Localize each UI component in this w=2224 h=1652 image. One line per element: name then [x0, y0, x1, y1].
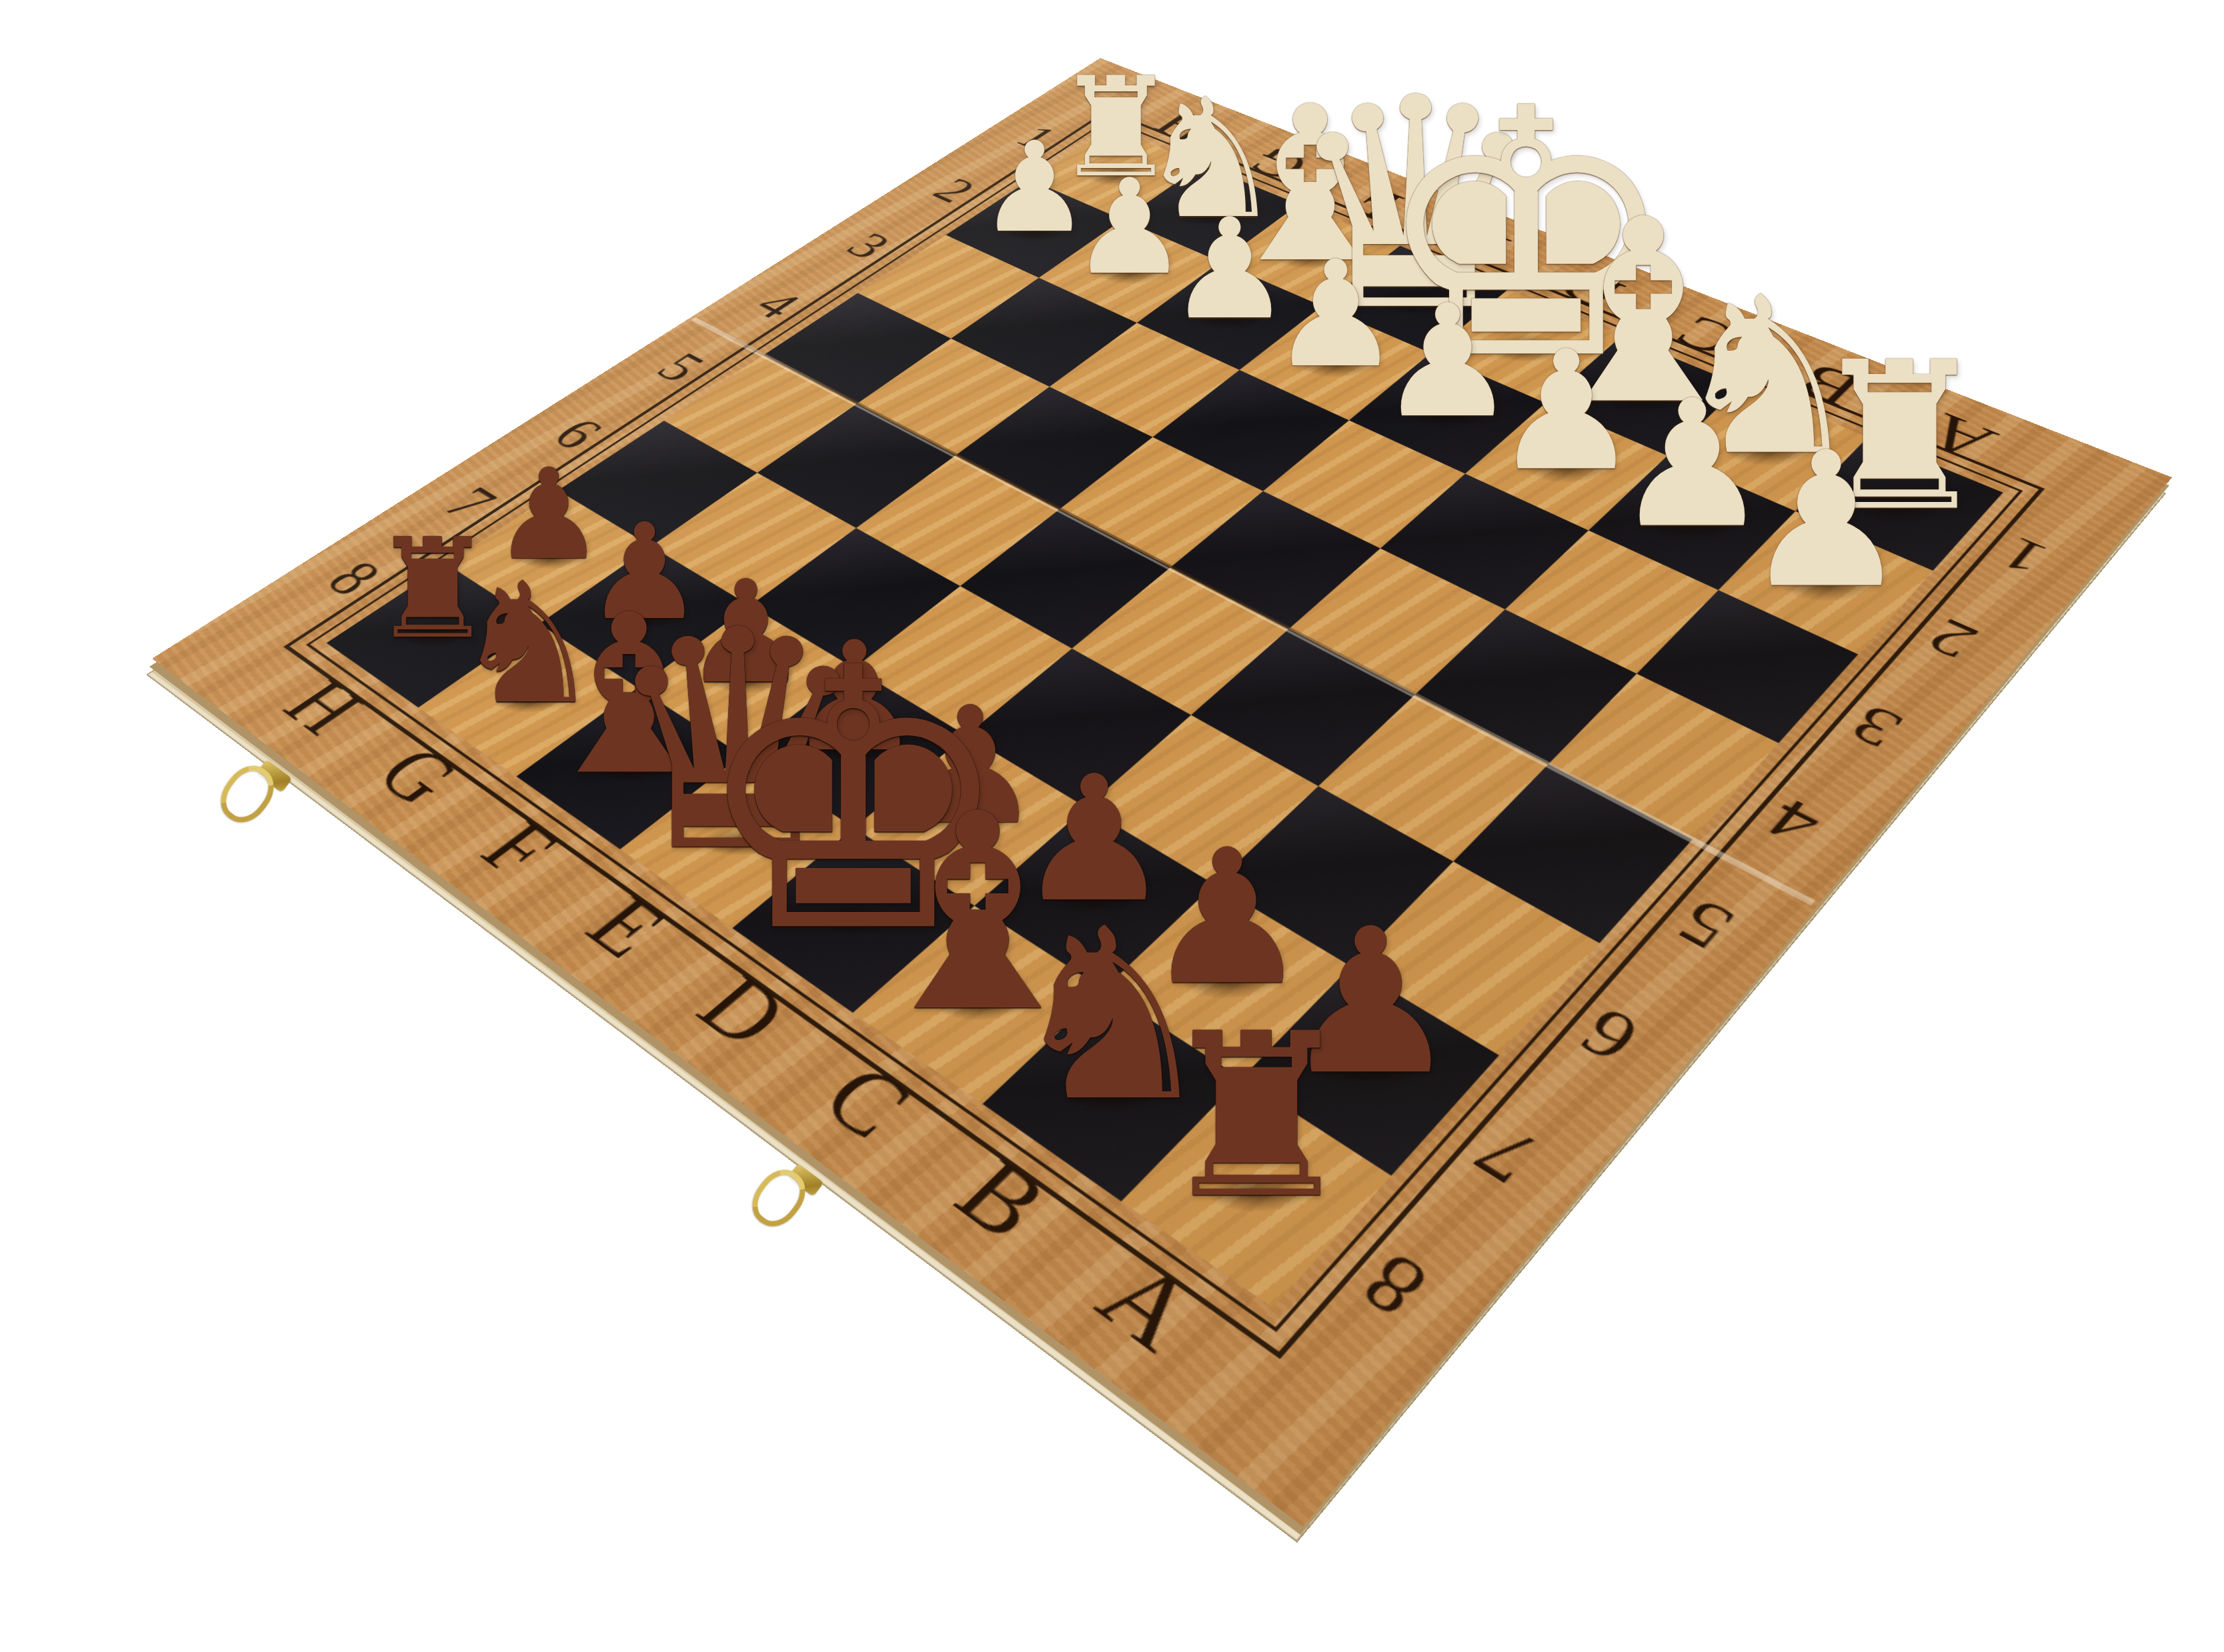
- piece-white-pawn-a2[interactable]: ♟: [1743, 427, 1910, 614]
- scene: HHGGFFEEDDCCBBAA1122334455667788 ♜♞♟♝♟♛♟…: [0, 0, 2224, 1652]
- piece-black-rook-a8[interactable]: ♜: [1155, 1003, 1358, 1229]
